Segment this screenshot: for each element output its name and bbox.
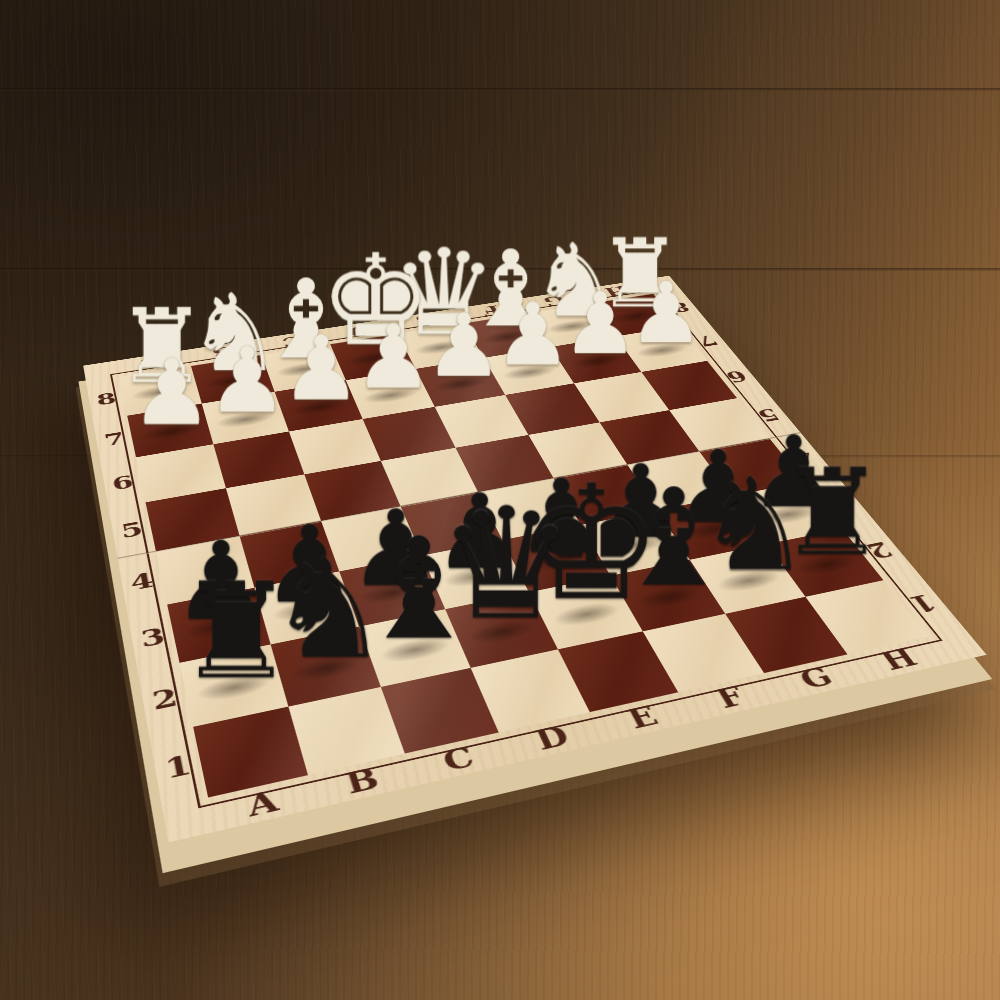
black-rook-glyph: ♜ [177, 565, 296, 697]
white-pawn-glyph: ♟ [628, 271, 704, 355]
board-face: 87654321 87654321 ABCDEFGH ABCDEFGH ♜♞♝♚… [83, 276, 986, 843]
pieces-layer: ♜♞♝♚♛♝♞♜♟♟♟♟♟♟♟♟♟♟♟♟♟♟♟♟♜♞♝♛♚♝♞♜ [83, 276, 986, 843]
table-background: 87654321 87654321 ABCDEFGH ABCDEFGH ♜♞♝♚… [0, 0, 1000, 1000]
white-pawn-glyph: ♟ [354, 313, 433, 401]
white-pawn-glyph: ♟ [207, 335, 288, 425]
chess-board: 87654321 87654321 ABCDEFGH ABCDEFGH ♜♞♝♚… [83, 276, 986, 843]
white-pawn-glyph: ♟ [281, 324, 361, 413]
table-plank-seam [0, 88, 1000, 91]
white-pawn-glyph: ♟ [425, 302, 503, 389]
white-pawn-glyph: ♟ [494, 292, 571, 378]
white-pawn-glyph: ♟ [562, 281, 639, 366]
white-pawn-glyph: ♟ [131, 347, 213, 438]
